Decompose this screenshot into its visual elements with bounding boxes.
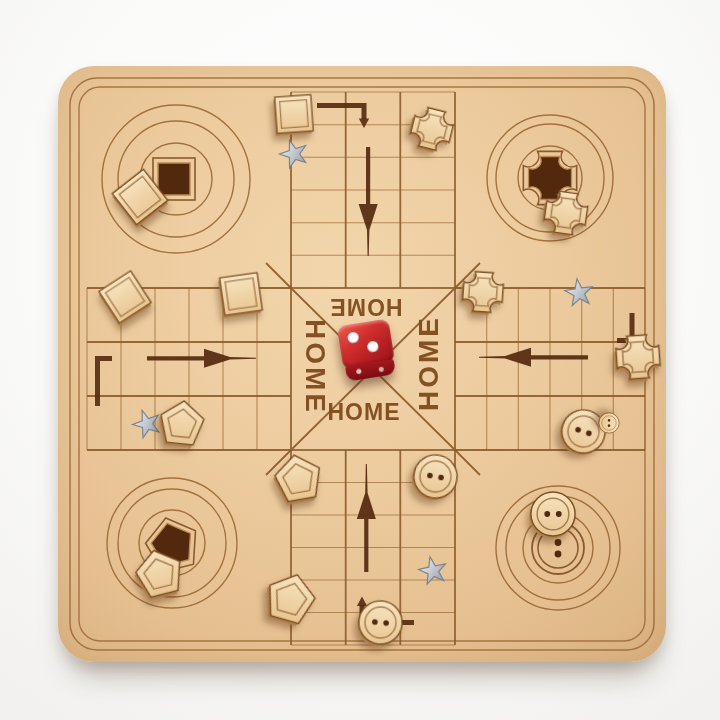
token-square[interactable]: [95, 267, 156, 328]
token-badge[interactable]: [611, 330, 664, 383]
token-pentagon[interactable]: [157, 397, 208, 448]
token-badge[interactable]: [539, 186, 593, 240]
token-button[interactable]: [355, 597, 406, 648]
photo-backdrop: { "game": "Ludo", "board": { "type": "wo…: [0, 0, 720, 720]
die[interactable]: [337, 318, 399, 384]
token-pentagon[interactable]: [270, 449, 326, 505]
token-pentagon[interactable]: [130, 543, 188, 601]
die-pip: [366, 340, 379, 353]
token-button[interactable]: [598, 412, 620, 434]
token-badge[interactable]: [458, 267, 507, 316]
token-button[interactable]: [408, 449, 462, 503]
token-button[interactable]: [529, 490, 577, 538]
token-square[interactable]: [272, 92, 317, 137]
token-square[interactable]: [108, 165, 173, 230]
token-pentagon[interactable]: [260, 566, 322, 628]
token-square[interactable]: [216, 269, 266, 319]
die-pip: [347, 331, 360, 344]
token-badge[interactable]: [404, 101, 460, 157]
